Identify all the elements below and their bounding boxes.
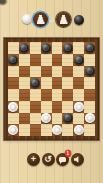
board-cell[interactable] [84, 89, 95, 101]
board-cell[interactable] [73, 42, 84, 54]
board-cell[interactable] [73, 77, 84, 89]
toolbar: + ↺ 1 [27, 153, 84, 166]
board-cell[interactable] [52, 42, 63, 54]
board-cell[interactable] [73, 66, 84, 78]
board-cell[interactable] [41, 113, 52, 125]
board-cell[interactable] [8, 124, 19, 136]
notification-badge: 1 [65, 150, 72, 157]
plus-icon: + [31, 155, 36, 164]
black-man[interactable] [19, 43, 29, 53]
board-cell[interactable] [30, 42, 41, 54]
board-cell[interactable] [19, 101, 30, 113]
vs-label: vs [48, 17, 55, 23]
board-cell[interactable] [41, 66, 52, 78]
black-color-indicator [74, 15, 84, 25]
black-man[interactable] [85, 66, 95, 76]
black-man[interactable] [74, 55, 84, 65]
player1-avatar[interactable] [33, 12, 48, 27]
board-cell[interactable] [62, 66, 73, 78]
white-man[interactable] [8, 125, 18, 135]
board-cell[interactable] [84, 124, 95, 136]
black-man[interactable] [63, 43, 73, 53]
white-man[interactable] [74, 102, 84, 112]
player2-avatar[interactable] [56, 12, 71, 27]
white-man[interactable] [85, 113, 95, 123]
black-man[interactable] [41, 43, 51, 53]
notification-count: 1 [66, 151, 69, 156]
speaker-icon [74, 156, 81, 163]
board-cell[interactable] [52, 89, 63, 101]
board-cell[interactable] [30, 113, 41, 125]
chat-bubble-icon [59, 157, 66, 162]
board-cell[interactable] [30, 66, 41, 78]
board-cell[interactable] [84, 54, 95, 66]
board-cell[interactable] [41, 89, 52, 101]
board-cell[interactable] [52, 113, 63, 125]
board-cell[interactable] [19, 89, 30, 101]
chat-button[interactable]: 1 [56, 153, 69, 166]
checkers-board [4, 38, 99, 140]
board-cell[interactable] [41, 101, 52, 113]
board-cell[interactable] [73, 101, 84, 113]
board-cell[interactable] [19, 54, 30, 66]
board-cell[interactable] [30, 77, 41, 89]
board-cell[interactable] [84, 113, 95, 125]
history-button[interactable]: ↺ [42, 153, 55, 166]
board-cell[interactable] [84, 66, 95, 78]
draughts-piece-icon [37, 15, 45, 24]
board-cell[interactable] [52, 124, 63, 136]
new-game-button[interactable]: + [27, 153, 40, 166]
board-cell[interactable] [52, 66, 63, 78]
board-cell[interactable] [8, 101, 19, 113]
board-cell[interactable] [8, 113, 19, 125]
board-cell[interactable] [30, 124, 41, 136]
board-cell[interactable] [73, 54, 84, 66]
board-cell[interactable] [73, 124, 84, 136]
board-cell[interactable] [8, 42, 19, 54]
board-cell[interactable] [84, 77, 95, 89]
black-man[interactable] [85, 43, 95, 53]
app-background: vs + ↺ 1 [0, 0, 103, 183]
board-cell[interactable] [84, 42, 95, 54]
undo-clock-icon: ↺ [44, 155, 52, 164]
black-man[interactable] [63, 113, 73, 123]
board-cell[interactable] [41, 77, 52, 89]
board-cell[interactable] [19, 66, 30, 78]
board-cell[interactable] [19, 77, 30, 89]
board-cell[interactable] [41, 54, 52, 66]
board-cell[interactable] [62, 77, 73, 89]
white-man[interactable] [52, 125, 62, 135]
board-cell[interactable] [73, 89, 84, 101]
white-man[interactable] [41, 113, 51, 123]
draughts-piece-icon [60, 15, 68, 24]
board-cell[interactable] [62, 89, 73, 101]
wood-knot [0, 0, 8, 6]
board-cell[interactable] [8, 66, 19, 78]
board-cell[interactable] [62, 54, 73, 66]
board-cell[interactable] [8, 89, 19, 101]
board-cell[interactable] [19, 42, 30, 54]
board-cell[interactable] [30, 89, 41, 101]
board-cell[interactable] [41, 42, 52, 54]
board-cell[interactable] [52, 54, 63, 66]
sound-button[interactable] [71, 153, 84, 166]
board-cell[interactable] [8, 54, 19, 66]
board-cell[interactable] [73, 113, 84, 125]
board-cell[interactable] [84, 101, 95, 113]
black-man[interactable] [8, 55, 18, 65]
board-cell[interactable] [30, 54, 41, 66]
white-man[interactable] [8, 102, 18, 112]
board-cell[interactable] [62, 42, 73, 54]
board-cell[interactable] [52, 101, 63, 113]
board-cell[interactable] [8, 77, 19, 89]
board-cell[interactable] [19, 124, 30, 136]
board-cell[interactable] [62, 124, 73, 136]
white-man[interactable] [74, 125, 84, 135]
board-grid [8, 42, 95, 136]
white-color-indicator [22, 14, 32, 24]
black-man[interactable] [30, 78, 40, 88]
board-cell[interactable] [30, 101, 41, 113]
board-cell[interactable] [62, 113, 73, 125]
board-cell[interactable] [41, 124, 52, 136]
board-cell[interactable] [62, 101, 73, 113]
board-cell[interactable] [52, 77, 63, 89]
board-cell[interactable] [19, 113, 30, 125]
